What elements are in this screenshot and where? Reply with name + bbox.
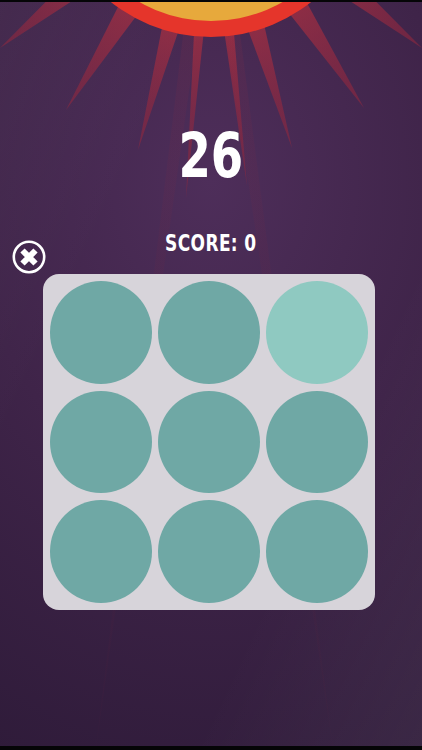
game-screen: 26 SCORE: 0 16 16 [0, 0, 422, 750]
top-edge-strip [0, 0, 422, 2]
sun-ray [0, 0, 103, 48]
grid-cell-r1c1[interactable] [158, 391, 260, 494]
close-icon [12, 240, 46, 274]
sun-ray [66, 0, 141, 110]
close-button[interactable] [12, 240, 46, 274]
grid-cell-r1c0[interactable] [50, 391, 152, 494]
bottom-edge-strip [0, 746, 422, 750]
grid-cell-r0c1[interactable] [158, 281, 260, 384]
sun-ray [284, 0, 364, 108]
round-counter: 26 [0, 124, 422, 187]
puzzle-board [43, 274, 375, 610]
progress-bar: 16 16 23 [0, 660, 422, 740]
grid-cell-r2c2[interactable] [266, 500, 368, 603]
grid-cell-r2c0[interactable] [50, 500, 152, 603]
grid-cell-r0c0[interactable] [50, 281, 152, 384]
round-counter-value: 26 [179, 124, 244, 187]
grid-cell-r0c2-odd[interactable] [266, 281, 368, 384]
sun-ray [319, 0, 422, 48]
grid-cell-r2c1[interactable] [158, 500, 260, 603]
grid-cell-r1c2[interactable] [266, 391, 368, 494]
score-text: SCORE: 0 [165, 230, 256, 256]
score-label: SCORE: 0 [0, 230, 422, 256]
